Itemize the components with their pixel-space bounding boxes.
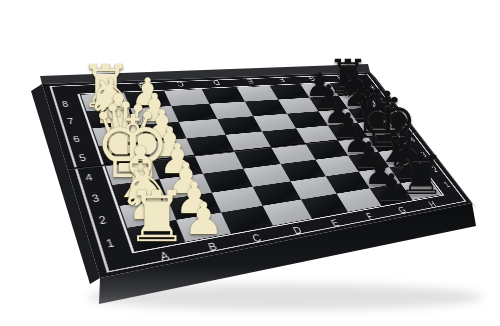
rank-label-left-5: 5 [78,152,88,163]
file-label-back-d: D [211,79,221,86]
file-label-front-d: D [291,224,304,236]
rank-label-left-1: 1 [104,236,115,250]
rank-label-left-6: 6 [72,134,82,144]
rank-label-left-2: 2 [97,214,108,227]
file-label-back-c: C [175,80,185,88]
file-label-front-e: E [329,217,341,228]
file-label-front-c: C [250,232,263,245]
file-label-back-e: E [246,78,255,85]
piece-white-pawn-b1[interactable]: ♟ [184,197,224,242]
rank-label-left-8: 8 [61,99,70,108]
piece-white-rook-a1[interactable]: ♜ [125,183,188,253]
file-label-back-f: F [278,76,287,83]
file-label-front-f: F [364,211,375,222]
product-photo-scene: AABBCCDDEEFFGGHH1122334455667788 ♜♞♝♚♛♝♞… [0,0,500,326]
piece-black-pawn-g1[interactable]: ♟ [375,169,408,206]
rank-label-left-7: 7 [66,116,75,126]
